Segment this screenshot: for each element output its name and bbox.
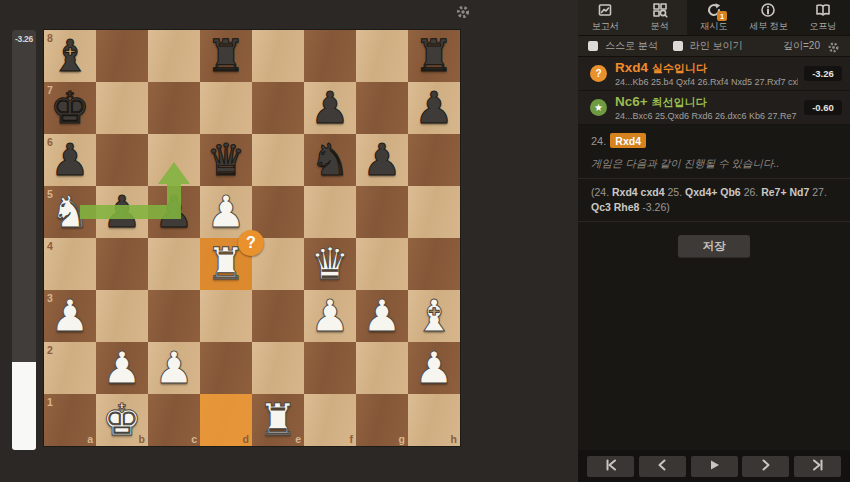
square-d8[interactable]: ♜ bbox=[200, 30, 252, 82]
rank-label-7: 7 bbox=[47, 84, 53, 96]
square-b2[interactable]: ♟ bbox=[96, 342, 148, 394]
square-h6[interactable] bbox=[408, 134, 460, 186]
save-button[interactable]: 저장 bbox=[678, 235, 750, 258]
square-f4[interactable]: ♛ bbox=[304, 238, 356, 290]
engine-depth-label: 깊이=20 bbox=[783, 39, 820, 53]
tab-info[interactable]: 세부 정보 bbox=[741, 0, 795, 35]
square-d2[interactable] bbox=[200, 342, 252, 394]
mistake-icon: ? bbox=[590, 65, 607, 82]
info-icon bbox=[760, 2, 776, 18]
rank-label-3: 3 bbox=[47, 292, 53, 304]
square-d7[interactable] bbox=[200, 82, 252, 134]
tab-analysis[interactable]: 분석 bbox=[632, 0, 686, 35]
piece-wb-h3[interactable]: ♝ bbox=[408, 290, 460, 342]
go-first-icon bbox=[603, 457, 619, 476]
square-f5[interactable] bbox=[304, 186, 356, 238]
variation-separator: 26. bbox=[741, 186, 761, 198]
square-c1[interactable]: c bbox=[148, 394, 200, 446]
square-e8[interactable] bbox=[252, 30, 304, 82]
piece-br-h8[interactable]: ♜ bbox=[408, 30, 460, 82]
rank-label-8: 8 bbox=[47, 32, 53, 44]
evaluation-value: -3.26 bbox=[12, 34, 36, 44]
square-c4[interactable] bbox=[148, 238, 200, 290]
square-g5[interactable] bbox=[356, 186, 408, 238]
square-c6[interactable] bbox=[148, 134, 200, 186]
square-f8[interactable] bbox=[304, 30, 356, 82]
engine-lines: ?Rxd4실수입니다24...Kb6 25.b4 Qxf4 26.Rxf4 Nx… bbox=[578, 57, 850, 125]
play-move-button[interactable] bbox=[691, 456, 738, 477]
continuation-hint-text: 게임은 다음과 같이 진행될 수 있습니다.. bbox=[578, 148, 850, 178]
square-h1[interactable]: h bbox=[408, 394, 460, 446]
chess-analysis-app: -3.26 8♝♜♜7♚♟♟6♟♛♞♟5♞♟♟♟4♜♛3♟♟♟♝2♟♟♟1ab♚… bbox=[0, 0, 850, 482]
piece-wp-f3[interactable]: ♟ bbox=[304, 290, 356, 342]
show-lines-checkbox[interactable] bbox=[673, 41, 683, 51]
rank-label-6: 6 bbox=[47, 136, 53, 148]
retry-icon: 1 bbox=[706, 2, 722, 18]
square-c3[interactable] bbox=[148, 290, 200, 342]
chess-board-wrap: 8♝♜♜7♚♟♟6♟♛♞♟5♞♟♟♟4♜♛3♟♟♟♝2♟♟♟1ab♚cde♜fg… bbox=[44, 30, 460, 446]
rank-label-5: 5 bbox=[47, 188, 53, 200]
panel-tabs: 보고서분석1재시도세부 정보오프닝 bbox=[578, 0, 850, 36]
square-a5[interactable]: 5♞ bbox=[44, 186, 96, 238]
piece-bp-f7[interactable]: ♟ bbox=[304, 82, 356, 134]
square-c7[interactable] bbox=[148, 82, 200, 134]
square-a2[interactable]: 2 bbox=[44, 342, 96, 394]
square-b7[interactable] bbox=[96, 82, 148, 134]
file-label-c: c bbox=[191, 433, 197, 445]
variation-line: (24. Rxd4 cxd4 25. Qxd4+ Qb6 26. Re7+ Nd… bbox=[578, 178, 850, 222]
move-navigation-bar bbox=[578, 450, 850, 482]
tab-retry[interactable]: 1재시도 bbox=[687, 0, 741, 35]
square-h4[interactable] bbox=[408, 238, 460, 290]
file-label-b: b bbox=[139, 433, 145, 445]
play-icon bbox=[706, 457, 722, 476]
piece-br-d8[interactable]: ♜ bbox=[200, 30, 252, 82]
tab-label: 보고서 bbox=[592, 20, 619, 33]
last-move-button[interactable] bbox=[794, 456, 841, 477]
square-a7[interactable]: 7♚ bbox=[44, 82, 96, 134]
self-analysis-label[interactable]: 스스로 분석 bbox=[605, 39, 658, 53]
square-b5[interactable]: ♟ bbox=[96, 186, 148, 238]
piece-wp-g3[interactable]: ♟ bbox=[356, 290, 408, 342]
square-e3[interactable] bbox=[252, 290, 304, 342]
tab-badge: 1 bbox=[717, 11, 727, 21]
square-a6[interactable]: 6♟ bbox=[44, 134, 96, 186]
square-d6[interactable]: ♛ bbox=[200, 134, 252, 186]
rank-label-2: 2 bbox=[47, 344, 53, 356]
rank-label-4: 4 bbox=[47, 240, 53, 252]
engine-settings-gear-icon[interactable] bbox=[827, 40, 840, 53]
square-a1[interactable]: 1a bbox=[44, 394, 96, 446]
square-g3[interactable]: ♟ bbox=[356, 290, 408, 342]
square-f3[interactable]: ♟ bbox=[304, 290, 356, 342]
variation-move[interactable]: Rxd4 cxd4 bbox=[612, 186, 665, 198]
piece-bp-c5[interactable]: ♟ bbox=[148, 186, 200, 238]
board-settings-gear-icon[interactable] bbox=[455, 4, 471, 20]
square-g8[interactable] bbox=[356, 30, 408, 82]
square-d5[interactable]: ♟ bbox=[200, 186, 252, 238]
square-d3[interactable] bbox=[200, 290, 252, 342]
line-pv-moves: 24...Bxc6 25.Qxd6 Rxd6 26.dxc6 Kb6 27.Re… bbox=[615, 110, 798, 122]
square-c2[interactable]: ♟ bbox=[148, 342, 200, 394]
go-prev-icon bbox=[654, 457, 670, 476]
square-c8[interactable] bbox=[148, 30, 200, 82]
line-move-and-verdict: Nc6+최선입니다 bbox=[615, 94, 798, 110]
evaluation-bar: -3.26 bbox=[12, 30, 36, 450]
variation-move[interactable]: Re7+ Nd7 bbox=[761, 186, 809, 198]
current-move-badge[interactable]: Rxd4 bbox=[610, 133, 646, 148]
square-b6[interactable] bbox=[96, 134, 148, 186]
analysis-panel: 보고서분석1재시도세부 정보오프닝 스스로 분석 라인 보이기 깊이=20 ?R… bbox=[578, 0, 850, 482]
square-e7[interactable] bbox=[252, 82, 304, 134]
square-h7[interactable]: ♟ bbox=[408, 82, 460, 134]
square-d1[interactable]: d bbox=[200, 394, 252, 446]
line-pv-moves: 24...Kb6 25.b4 Qxf4 26.Rxf4 Nxd5 27.Rxf7… bbox=[615, 76, 798, 88]
rank-label-1: 1 bbox=[47, 396, 53, 408]
square-f6[interactable]: ♞ bbox=[304, 134, 356, 186]
tab-label: 오프닝 bbox=[809, 20, 836, 33]
square-e2[interactable] bbox=[252, 342, 304, 394]
line-eval-badge: -0.60 bbox=[804, 100, 842, 115]
variation-move[interactable]: Qxd4+ Qb6 bbox=[685, 186, 741, 198]
current-move-row: 24. Rxd4 bbox=[578, 125, 850, 148]
first-move-button[interactable] bbox=[587, 456, 634, 477]
line-move-and-verdict: Rxd4실수입니다 bbox=[615, 60, 798, 76]
evaluation-bar-white-section bbox=[12, 362, 36, 450]
tab-label: 분석 bbox=[651, 20, 669, 33]
variation-move[interactable]: Qc3 Rhe8 bbox=[591, 201, 639, 213]
piece-bp-g6[interactable]: ♟ bbox=[356, 134, 408, 186]
square-b4[interactable] bbox=[96, 238, 148, 290]
file-label-h: h bbox=[451, 433, 457, 445]
engine-line-best[interactable]: ★Nc6+최선입니다24...Bxc6 25.Qxd6 Rxd6 26.dxc6… bbox=[578, 91, 850, 125]
prev-move-button[interactable] bbox=[639, 456, 686, 477]
variation-separator: 27. bbox=[809, 186, 827, 198]
square-a8[interactable]: 8♝ bbox=[44, 30, 96, 82]
square-e1[interactable]: e♜ bbox=[252, 394, 304, 446]
square-h8[interactable]: ♜ bbox=[408, 30, 460, 82]
variation-separator: -3.26) bbox=[639, 201, 669, 213]
best-icon: ★ bbox=[590, 99, 607, 116]
move-number: 24. bbox=[591, 135, 606, 147]
square-b3[interactable] bbox=[96, 290, 148, 342]
square-f2[interactable] bbox=[304, 342, 356, 394]
line-eval-badge: -3.26 bbox=[804, 66, 842, 81]
file-label-d: d bbox=[243, 433, 249, 445]
square-h3[interactable]: ♝ bbox=[408, 290, 460, 342]
piece-bq-d6[interactable]: ♛ bbox=[200, 134, 252, 186]
square-e5[interactable] bbox=[252, 186, 304, 238]
square-c5[interactable]: ♟ bbox=[148, 186, 200, 238]
square-a3[interactable]: 3♟ bbox=[44, 290, 96, 342]
square-b1[interactable]: b♚ bbox=[96, 394, 148, 446]
variation-separator: (24. bbox=[591, 186, 612, 198]
mistake-question-badge: ? bbox=[238, 230, 264, 256]
tab-report[interactable]: 보고서 bbox=[578, 0, 632, 35]
file-label-a: a bbox=[87, 433, 93, 445]
square-f7[interactable]: ♟ bbox=[304, 82, 356, 134]
variation-separator: 25. bbox=[665, 186, 685, 198]
square-f1[interactable]: f bbox=[304, 394, 356, 446]
engine-line-mistake[interactable]: ?Rxd4실수입니다24...Kb6 25.b4 Qxf4 26.Rxf4 Nx… bbox=[578, 57, 850, 91]
tab-opening[interactable]: 오프닝 bbox=[796, 0, 850, 35]
file-label-e: e bbox=[295, 433, 301, 445]
piece-bp-h7[interactable]: ♟ bbox=[408, 82, 460, 134]
piece-bp-b5[interactable]: ♟ bbox=[96, 186, 148, 238]
piece-wq-f4[interactable]: ♛ bbox=[304, 238, 356, 290]
show-lines-label[interactable]: 라인 보이기 bbox=[690, 39, 743, 53]
go-next-icon bbox=[758, 457, 774, 476]
tab-label: 세부 정보 bbox=[749, 20, 788, 33]
square-g1[interactable]: g bbox=[356, 394, 408, 446]
file-label-f: f bbox=[350, 433, 354, 445]
square-b8[interactable] bbox=[96, 30, 148, 82]
self-analysis-checkbox[interactable] bbox=[588, 41, 598, 51]
square-g2[interactable] bbox=[356, 342, 408, 394]
square-h5[interactable] bbox=[408, 186, 460, 238]
piece-bn-f6[interactable]: ♞ bbox=[304, 134, 356, 186]
piece-wp-c2[interactable]: ♟ bbox=[148, 342, 200, 394]
opening-icon bbox=[815, 2, 831, 18]
piece-wp-h2[interactable]: ♟ bbox=[408, 342, 460, 394]
square-g7[interactable] bbox=[356, 82, 408, 134]
square-g4[interactable] bbox=[356, 238, 408, 290]
go-last-icon bbox=[810, 457, 826, 476]
square-h2[interactable]: ♟ bbox=[408, 342, 460, 394]
analysis-icon bbox=[652, 2, 668, 18]
piece-wp-b2[interactable]: ♟ bbox=[96, 342, 148, 394]
piece-wp-d5[interactable]: ♟ bbox=[200, 186, 252, 238]
analysis-options-row: 스스로 분석 라인 보이기 깊이=20 bbox=[578, 36, 850, 57]
square-g6[interactable]: ♟ bbox=[356, 134, 408, 186]
square-e6[interactable] bbox=[252, 134, 304, 186]
report-icon bbox=[597, 2, 613, 18]
square-a4[interactable]: 4 bbox=[44, 238, 96, 290]
file-label-g: g bbox=[399, 433, 405, 445]
tab-label: 재시도 bbox=[701, 20, 728, 33]
next-move-button[interactable] bbox=[742, 456, 789, 477]
